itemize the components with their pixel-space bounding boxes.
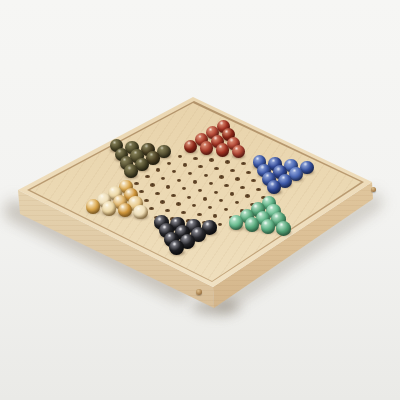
marble-highlight (213, 136, 217, 139)
marble-highlight (198, 135, 202, 138)
marble-highlight (172, 242, 177, 246)
marbles-layer (0, 0, 400, 400)
marble-highlight (218, 145, 223, 148)
marble-highlight (276, 167, 281, 171)
marble-highlight (232, 217, 237, 221)
marble-highlight (136, 207, 141, 211)
marble-highlight (127, 166, 132, 170)
marble-highlight (203, 143, 208, 146)
marble-highlight (292, 169, 297, 173)
marble-green[interactable] (245, 217, 260, 232)
marble-highlight (149, 153, 154, 157)
marble-highlight (173, 219, 178, 223)
marble-highlight (120, 205, 125, 209)
marble-highlight (144, 144, 149, 147)
marble-highlight (178, 227, 183, 231)
marble-highlight (187, 141, 192, 144)
marble-highlight (260, 165, 265, 169)
marble-highlight (219, 121, 223, 124)
marble-highlight (248, 219, 253, 223)
marble-highlight (131, 198, 136, 202)
marble-highlight (194, 229, 199, 233)
marble-highlight (255, 157, 260, 161)
marble-highlight (189, 220, 194, 224)
marble-highlight (205, 222, 210, 226)
marble-highlight (100, 194, 105, 198)
marble-highlight (258, 212, 263, 216)
marble-highlight (264, 197, 269, 201)
marble-green[interactable] (276, 221, 291, 236)
marble-green[interactable] (261, 219, 276, 234)
marble-highlight (243, 211, 248, 215)
marble-highlight (271, 159, 276, 163)
marble-highlight (126, 190, 131, 194)
marble-highlight (105, 203, 110, 207)
marble-highlight (89, 201, 94, 205)
marble-highlight (253, 204, 258, 208)
marble-highlight (138, 159, 143, 163)
marble-highlight (183, 235, 188, 239)
marble-highlight (303, 162, 308, 166)
marble-highlight (160, 146, 165, 149)
scene (0, 0, 400, 400)
marble-highlight (133, 151, 138, 154)
marble-highlight (162, 225, 167, 229)
marble-red[interactable] (216, 143, 229, 156)
marble-highlight (121, 181, 126, 185)
marble-highlight (229, 138, 233, 141)
marble-yellow[interactable] (102, 201, 116, 215)
marble-yellow[interactable] (86, 199, 100, 213)
marble-highlight (128, 143, 133, 146)
marble-highlight (157, 217, 162, 221)
marble-highlight (263, 221, 268, 225)
marble-highlight (274, 214, 279, 218)
marble-highlight (208, 128, 212, 131)
marble-highlight (115, 196, 120, 200)
marble-highlight (281, 176, 286, 180)
marble-red[interactable] (200, 141, 213, 154)
marble-highlight (265, 174, 270, 178)
marble-highlight (110, 188, 115, 192)
marble-highlight (167, 234, 172, 238)
marble-highlight (234, 147, 239, 150)
marble-highlight (122, 158, 127, 162)
marble-highlight (287, 160, 292, 164)
marble-highlight (279, 223, 284, 227)
marble-highlight (112, 141, 117, 144)
marble-highlight (117, 149, 122, 152)
marble-highlight (270, 182, 275, 186)
marble-highlight (269, 206, 274, 210)
marble-yellow[interactable] (133, 205, 147, 219)
marble-highlight (224, 130, 228, 133)
